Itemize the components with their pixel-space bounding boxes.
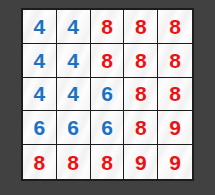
grid-cell-r2c2: 4 [57, 44, 91, 78]
grid-cell-r3c2: 4 [57, 78, 91, 112]
grid-cell-r5c3: 8 [91, 145, 125, 179]
grid-cell-r5c5: 9 [158, 145, 192, 179]
grid-cell-r1c1: 4 [23, 10, 57, 44]
grid-cell-r4c1: 6 [23, 111, 57, 145]
grid-cell-r1c5: 8 [158, 10, 192, 44]
grid-cell-r2c5: 8 [158, 44, 192, 78]
grid-cell-r1c2: 4 [57, 10, 91, 44]
grid-cell-r1c3: 8 [91, 10, 125, 44]
grid-cell-r2c4: 8 [124, 44, 158, 78]
grid-cell-r3c3: 6 [91, 78, 125, 112]
grid-cell-r3c1: 4 [23, 78, 57, 112]
grid-cell-r4c3: 6 [91, 111, 125, 145]
grid-cell-r3c4: 8 [124, 78, 158, 112]
grid-cell-r5c1: 8 [23, 145, 57, 179]
grid-cell-r4c5: 9 [158, 111, 192, 145]
grid-cell-r5c4: 9 [124, 145, 158, 179]
grid-cell-r4c2: 6 [57, 111, 91, 145]
grid-cell-r4c4: 8 [124, 111, 158, 145]
grid-cell-r3c5: 8 [158, 78, 192, 112]
grid-cell-r5c2: 8 [57, 145, 91, 179]
grid-cell-r2c1: 4 [23, 44, 57, 78]
number-grid: 4488844888446886668988899 [21, 8, 194, 181]
grid-cell-r1c4: 8 [124, 10, 158, 44]
grid-cell-r2c3: 8 [91, 44, 125, 78]
